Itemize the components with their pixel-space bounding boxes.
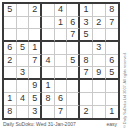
cell-r4c8[interactable]: 3 bbox=[93, 42, 106, 55]
cell-r7c8[interactable] bbox=[93, 80, 106, 93]
cell-r2c6[interactable]: 6 bbox=[67, 17, 80, 30]
cell-r8c4[interactable]: 8 bbox=[42, 93, 55, 106]
cell-r4c7[interactable] bbox=[80, 42, 93, 55]
cell-r5c9[interactable]: 6 bbox=[106, 55, 119, 68]
cell-r5c7[interactable]: 8 bbox=[80, 55, 93, 68]
cell-r7c3[interactable]: 9 bbox=[29, 80, 42, 93]
cell-r8c9[interactable] bbox=[106, 93, 119, 106]
cell-r7c4[interactable]: 1 bbox=[42, 80, 55, 93]
cell-r5c2[interactable] bbox=[17, 55, 30, 68]
cell-r1c9[interactable]: 8 bbox=[106, 4, 119, 17]
cell-r7c7[interactable] bbox=[80, 80, 93, 93]
cell-r9c9[interactable]: 1 bbox=[106, 106, 119, 119]
cell-r3c5[interactable] bbox=[55, 29, 68, 42]
cell-r6c4[interactable] bbox=[42, 67, 55, 80]
cell-r3c2[interactable] bbox=[17, 29, 30, 42]
cell-r2c7[interactable]: 3 bbox=[80, 17, 93, 30]
cell-r4c4[interactable] bbox=[42, 42, 55, 55]
cell-r2c8[interactable]: 2 bbox=[93, 17, 106, 30]
cell-r1c8[interactable] bbox=[93, 4, 106, 17]
cell-r8c8[interactable] bbox=[93, 93, 106, 106]
cell-r9c7[interactable]: 2 bbox=[80, 106, 93, 119]
cell-r8c3[interactable]: 5 bbox=[29, 93, 42, 106]
cell-r9c5[interactable]: 7 bbox=[55, 106, 68, 119]
cell-r6c3[interactable] bbox=[29, 67, 42, 80]
cell-r2c2[interactable] bbox=[17, 17, 30, 30]
cell-r7c9[interactable] bbox=[106, 80, 119, 93]
cell-r5c1[interactable]: 2 bbox=[4, 55, 17, 68]
cell-r9c2[interactable] bbox=[17, 106, 30, 119]
cell-r9c8[interactable] bbox=[93, 106, 106, 119]
cell-r6c6[interactable] bbox=[67, 67, 80, 80]
cell-r6c7[interactable]: 7 bbox=[80, 67, 93, 80]
cell-r7c2[interactable] bbox=[17, 80, 30, 93]
cell-r4c9[interactable] bbox=[106, 42, 119, 55]
cell-r5c5[interactable] bbox=[55, 55, 68, 68]
cell-r8c6[interactable] bbox=[67, 93, 80, 106]
difficulty-label: easy bbox=[106, 121, 117, 127]
cell-r7c5[interactable] bbox=[55, 80, 68, 93]
cell-r9c4[interactable] bbox=[42, 106, 55, 119]
copyright-vertical-text: © Daily SuDoku Ltd 2007. All rights rese… bbox=[122, 52, 127, 128]
cell-r3c4[interactable] bbox=[42, 29, 55, 42]
cell-r8c1[interactable]: 1 bbox=[4, 93, 17, 106]
cell-r4c6[interactable] bbox=[67, 42, 80, 55]
cell-r1c2[interactable] bbox=[17, 4, 30, 17]
cell-r6c2[interactable]: 3 bbox=[17, 67, 30, 80]
cell-r1c3[interactable]: 2 bbox=[29, 4, 42, 17]
cell-r5c3[interactable]: 7 bbox=[29, 55, 42, 68]
cell-r2c9[interactable]: 7 bbox=[106, 17, 119, 30]
cell-r4c1[interactable]: 6 bbox=[4, 42, 17, 55]
cell-r5c8[interactable] bbox=[93, 55, 106, 68]
cell-r8c2[interactable]: 4 bbox=[17, 93, 30, 106]
cell-r1c7[interactable]: 1 bbox=[80, 4, 93, 17]
cell-r3c6[interactable]: 7 bbox=[67, 29, 80, 42]
cell-r6c1[interactable] bbox=[4, 67, 17, 80]
cell-r4c3[interactable]: 1 bbox=[29, 42, 42, 55]
cell-r3c8[interactable] bbox=[93, 29, 106, 42]
puzzle-caption: Daily SuDoku: Wed 31-Jan-2007 bbox=[3, 121, 76, 127]
cell-r4c2[interactable]: 5 bbox=[17, 42, 30, 55]
cell-r8c5[interactable]: 6 bbox=[55, 93, 68, 106]
cell-r2c5[interactable]: 1 bbox=[55, 17, 68, 30]
cell-r3c9[interactable] bbox=[106, 29, 119, 42]
cell-r2c4[interactable] bbox=[42, 17, 55, 30]
cell-r5c4[interactable]: 4 bbox=[42, 55, 55, 68]
cell-r1c4[interactable] bbox=[42, 4, 55, 17]
cell-r7c1[interactable] bbox=[4, 80, 17, 93]
cell-r4c5[interactable] bbox=[55, 42, 68, 55]
cell-r6c8[interactable]: 9 bbox=[93, 67, 106, 80]
cell-r3c3[interactable] bbox=[29, 29, 42, 42]
cell-r5c6[interactable]: 5 bbox=[67, 55, 80, 68]
cell-r7c6[interactable] bbox=[67, 80, 80, 93]
cell-r6c9[interactable]: 5 bbox=[106, 67, 119, 80]
cell-r9c1[interactable]: 8 bbox=[4, 106, 17, 119]
cell-r6c5[interactable] bbox=[55, 67, 68, 80]
cell-r1c1[interactable]: 5 bbox=[4, 4, 17, 17]
cell-r9c3[interactable]: 3 bbox=[29, 106, 42, 119]
cell-r8c7[interactable] bbox=[80, 93, 93, 106]
sudoku-grid: 52418163277565132745863795911458683721 bbox=[2, 2, 120, 120]
cell-r2c3[interactable] bbox=[29, 17, 42, 30]
cell-r9c6[interactable] bbox=[67, 106, 80, 119]
cell-r2c1[interactable] bbox=[4, 17, 17, 30]
cell-r1c5[interactable]: 4 bbox=[55, 4, 68, 17]
cell-r3c7[interactable]: 5 bbox=[80, 29, 93, 42]
cell-r1c6[interactable] bbox=[67, 4, 80, 17]
cell-r3c1[interactable] bbox=[4, 29, 17, 42]
